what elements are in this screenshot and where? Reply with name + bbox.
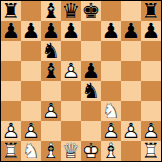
square-b3[interactable] (21, 101, 41, 121)
square-e6[interactable] (81, 41, 101, 61)
square-a5[interactable] (1, 61, 21, 81)
square-b5[interactable] (21, 61, 41, 81)
square-a7[interactable]: ♟ (1, 21, 21, 41)
square-f5[interactable] (101, 61, 121, 81)
square-e3[interactable] (81, 101, 101, 121)
square-c3[interactable]: ♟♙ (41, 101, 61, 121)
white-knight[interactable]: ♞♘ (21, 141, 41, 161)
white-piece-outline: ♙ (121, 121, 141, 141)
black-pawn[interactable]: ♟ (81, 61, 101, 81)
white-pawn[interactable]: ♟♙ (141, 121, 161, 141)
white-piece-outline: ♗ (41, 141, 61, 161)
square-a3[interactable] (1, 101, 21, 121)
square-e7[interactable] (81, 21, 101, 41)
square-f2[interactable]: ♟♙ (101, 121, 121, 141)
white-piece-outline: ♙ (101, 121, 121, 141)
white-piece-outline: ♙ (1, 121, 21, 141)
white-pawn[interactable]: ♟♙ (1, 121, 21, 141)
white-piece-outline: ♗ (101, 141, 121, 161)
white-piece-outline: ♙ (61, 61, 81, 81)
white-piece-outline: ♖ (141, 141, 161, 161)
square-a8[interactable]: ♜ (1, 1, 21, 21)
square-d7[interactable]: ♟ (61, 21, 81, 41)
square-g8[interactable] (121, 1, 141, 21)
square-c7[interactable]: ♟ (41, 21, 61, 41)
square-d8[interactable]: ♛ (61, 1, 81, 21)
white-rook[interactable]: ♜♖ (141, 141, 161, 161)
black-pawn[interactable]: ♟ (41, 21, 61, 41)
square-b8[interactable] (21, 1, 41, 21)
chess-board: ♜♝♛♚♜♟♟♟♟♟♟♟♞♝♟♙♟♞♟♙♞♘♟♙♟♙♟♙♟♙♟♙♜♖♞♘♝♗♛♕… (0, 0, 162, 162)
white-piece-outline: ♔ (81, 141, 101, 161)
white-piece-outline: ♙ (41, 101, 61, 121)
square-a1[interactable]: ♜♖ (1, 141, 21, 161)
square-d5[interactable]: ♟♙ (61, 61, 81, 81)
square-c5[interactable]: ♝ (41, 61, 61, 81)
square-f1[interactable]: ♝♗ (101, 141, 121, 161)
square-f6[interactable] (101, 41, 121, 61)
square-h8[interactable]: ♜ (141, 1, 161, 21)
square-g6[interactable] (121, 41, 141, 61)
white-piece-outline: ♘ (21, 141, 41, 161)
white-queen[interactable]: ♛♕ (61, 141, 81, 161)
square-e4[interactable]: ♞ (81, 81, 101, 101)
white-piece-outline: ♙ (21, 121, 41, 141)
white-pawn[interactable]: ♟♙ (21, 121, 41, 141)
square-e1[interactable]: ♚♔ (81, 141, 101, 161)
square-c2[interactable] (41, 121, 61, 141)
white-piece-outline: ♖ (1, 141, 21, 161)
square-c1[interactable]: ♝♗ (41, 141, 61, 161)
black-rook[interactable]: ♜ (1, 1, 21, 21)
square-g3[interactable] (121, 101, 141, 121)
square-a6[interactable] (1, 41, 21, 61)
square-g5[interactable] (121, 61, 141, 81)
square-g4[interactable] (121, 81, 141, 101)
square-d1[interactable]: ♛♕ (61, 141, 81, 161)
black-rook[interactable]: ♜ (141, 1, 161, 21)
black-pawn[interactable]: ♟ (1, 21, 21, 41)
black-pawn[interactable]: ♟ (101, 21, 121, 41)
black-pawn[interactable]: ♟ (61, 21, 81, 41)
square-e8[interactable]: ♚ (81, 1, 101, 21)
white-piece-outline: ♕ (61, 141, 81, 161)
square-d3[interactable] (61, 101, 81, 121)
square-a4[interactable] (1, 81, 21, 101)
black-knight[interactable]: ♞ (81, 81, 101, 101)
white-pawn[interactable]: ♟♙ (41, 101, 61, 121)
square-h3[interactable] (141, 101, 161, 121)
square-h1[interactable]: ♜♖ (141, 141, 161, 161)
square-g7[interactable]: ♟ (121, 21, 141, 41)
square-g2[interactable]: ♟♙ (121, 121, 141, 141)
square-d6[interactable] (61, 41, 81, 61)
black-knight[interactable]: ♞ (41, 41, 61, 61)
square-h6[interactable] (141, 41, 161, 61)
square-a2[interactable]: ♟♙ (1, 121, 21, 141)
white-pawn[interactable]: ♟♙ (101, 121, 121, 141)
square-h4[interactable] (141, 81, 161, 101)
white-pawn[interactable]: ♟♙ (121, 121, 141, 141)
white-piece-outline: ♘ (101, 101, 121, 121)
square-d2[interactable] (61, 121, 81, 141)
square-f8[interactable] (101, 1, 121, 21)
black-bishop[interactable]: ♝ (41, 1, 61, 21)
white-bishop[interactable]: ♝♗ (41, 141, 61, 161)
square-h7[interactable]: ♟ (141, 21, 161, 41)
square-f3[interactable]: ♞♘ (101, 101, 121, 121)
square-d4[interactable] (61, 81, 81, 101)
square-c8[interactable]: ♝ (41, 1, 61, 21)
black-pawn[interactable]: ♟ (121, 21, 141, 41)
black-pawn[interactable]: ♟ (141, 21, 161, 41)
square-b7[interactable]: ♟ (21, 21, 41, 41)
black-bishop[interactable]: ♝ (41, 61, 61, 81)
square-c4[interactable] (41, 81, 61, 101)
square-b1[interactable]: ♞♘ (21, 141, 41, 161)
black-pawn[interactable]: ♟ (21, 21, 41, 41)
white-piece-outline: ♙ (141, 121, 161, 141)
square-e2[interactable] (81, 121, 101, 141)
white-rook[interactable]: ♜♖ (1, 141, 21, 161)
square-f7[interactable]: ♟ (101, 21, 121, 41)
square-b2[interactable]: ♟♙ (21, 121, 41, 141)
white-pawn[interactable]: ♟♙ (61, 61, 81, 81)
square-h2[interactable]: ♟♙ (141, 121, 161, 141)
square-h5[interactable] (141, 61, 161, 81)
black-king[interactable]: ♚ (81, 1, 101, 21)
white-knight[interactable]: ♞♘ (101, 101, 121, 121)
white-king[interactable]: ♚♔ (81, 141, 101, 161)
white-bishop[interactable]: ♝♗ (101, 141, 121, 161)
square-g1[interactable] (121, 141, 141, 161)
square-e5[interactable]: ♟ (81, 61, 101, 81)
black-queen[interactable]: ♛ (61, 1, 81, 21)
square-b4[interactable] (21, 81, 41, 101)
square-f4[interactable] (101, 81, 121, 101)
square-b6[interactable] (21, 41, 41, 61)
square-c6[interactable]: ♞ (41, 41, 61, 61)
